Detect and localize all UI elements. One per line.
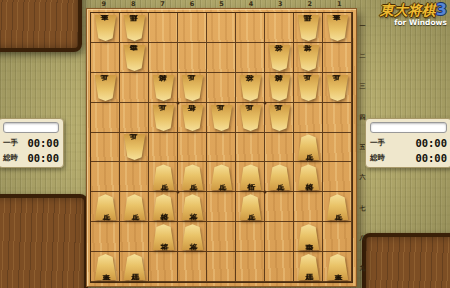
board-cell-7-1[interactable] [149, 13, 178, 43]
piece-sente-歩兵-97[interactable]: 歩兵 [91, 192, 120, 222]
piece-gote-金将-32[interactable]: 金将 [265, 43, 294, 73]
piece-gote-歩兵-93[interactable]: 歩兵 [91, 73, 120, 103]
piece-stand-bottom-left[interactable] [0, 194, 88, 288]
piece-sente-歩兵-76[interactable]: 歩兵 [149, 162, 178, 192]
app-window: 987654321 一二三四五六七八九 香車桂馬桂馬香車飛車金将玉将歩兵銀将歩兵… [0, 0, 450, 288]
piece-gote-玉将-22[interactable]: 玉将 [294, 43, 323, 73]
piece-gote-歩兵-34[interactable]: 歩兵 [265, 103, 294, 133]
board-cell-3-7[interactable] [265, 192, 294, 222]
piece-gote-角行-64[interactable]: 角行 [178, 103, 207, 133]
left-total-time-label: 総時 [3, 153, 18, 163]
piece-sente-王将-78[interactable]: 王将 [149, 222, 178, 252]
board-cell-3-9[interactable] [265, 252, 294, 282]
piece-gote-歩兵-54[interactable]: 歩兵 [207, 103, 236, 133]
board-cell-7-5[interactable] [149, 133, 178, 163]
piece-gote-歩兵-13[interactable]: 歩兵 [323, 73, 352, 103]
board-cell-3-8[interactable] [265, 222, 294, 252]
piece-sente-角行-46[interactable]: 角行 [236, 162, 265, 192]
left-clock-panel: 一手 00:00 総時 00:00 [0, 118, 64, 168]
board-cell-4-5[interactable] [236, 133, 265, 163]
piece-sente-桂馬-89[interactable]: 桂馬 [120, 252, 149, 282]
piece-gote-歩兵-74[interactable]: 歩兵 [149, 103, 178, 133]
right-clock-panel: 一手 00:00 総時 00:00 [365, 118, 450, 168]
board-cell-8-3[interactable] [120, 73, 149, 103]
piece-sente-香車-19[interactable]: 香車 [323, 252, 352, 282]
board-cell-6-1[interactable] [178, 13, 207, 43]
piece-gote-金将-43[interactable]: 金将 [236, 73, 265, 103]
board-cell-8-8[interactable] [120, 222, 149, 252]
piece-sente-銀将-77[interactable]: 銀将 [149, 192, 178, 222]
board-cell-2-4[interactable] [294, 103, 323, 133]
piece-sente-歩兵-25[interactable]: 歩兵 [294, 133, 323, 163]
app-logo: 東大将棋3 for Windows [380, 2, 447, 27]
right-move-time-value: 00:00 [415, 137, 447, 149]
piece-sente-歩兵-87[interactable]: 歩兵 [120, 192, 149, 222]
board-cell-3-5[interactable] [265, 133, 294, 163]
board-cell-4-9[interactable] [236, 252, 265, 282]
right-total-time-value: 00:00 [415, 152, 447, 164]
piece-sente-歩兵-66[interactable]: 歩兵 [178, 162, 207, 192]
piece-sente-歩兵-47[interactable]: 歩兵 [236, 192, 265, 222]
board-grid: 香車桂馬桂馬香車飛車金将玉将歩兵銀将歩兵金将銀将歩兵歩兵歩兵角行歩兵歩兵歩兵歩兵… [90, 12, 353, 283]
board-cell-6-5[interactable] [178, 133, 207, 163]
piece-sente-飛車-28[interactable]: 飛車 [294, 222, 323, 252]
board-cell-9-2[interactable] [91, 43, 120, 73]
board-cell-9-6[interactable] [91, 162, 120, 192]
board-cell-7-2[interactable] [149, 43, 178, 73]
piece-gote-飛車-82[interactable]: 飛車 [120, 43, 149, 73]
piece-stand-top-left[interactable] [0, 0, 82, 52]
piece-sente-金将-67[interactable]: 金将 [178, 192, 207, 222]
logo-title: 東大将棋 [380, 2, 436, 18]
logo-subtitle: for Windows [380, 19, 447, 27]
board-cell-4-1[interactable] [236, 13, 265, 43]
piece-gote-桂馬-21[interactable]: 桂馬 [294, 13, 323, 43]
board-cell-1-8[interactable] [323, 222, 352, 252]
piece-sente-香車-99[interactable]: 香車 [91, 252, 120, 282]
board-cell-4-8[interactable] [236, 222, 265, 252]
piece-gote-銀将-33[interactable]: 銀将 [265, 73, 294, 103]
board-cell-1-4[interactable] [323, 103, 352, 133]
board-cell-1-2[interactable] [323, 43, 352, 73]
board-cell-2-7[interactable] [294, 192, 323, 222]
board-cell-5-1[interactable] [207, 13, 236, 43]
piece-gote-香車-91[interactable]: 香車 [91, 13, 120, 43]
board-cell-9-5[interactable] [91, 133, 120, 163]
board-cell-1-5[interactable] [323, 133, 352, 163]
board-cell-5-5[interactable] [207, 133, 236, 163]
piece-gote-桂馬-81[interactable]: 桂馬 [120, 13, 149, 43]
board-cell-5-8[interactable] [207, 222, 236, 252]
board-cell-5-3[interactable] [207, 73, 236, 103]
board-cell-5-7[interactable] [207, 192, 236, 222]
piece-gote-香車-11[interactable]: 香車 [323, 13, 352, 43]
right-player-name-field[interactable] [370, 122, 447, 133]
shogi-board: 香車桂馬桂馬香車飛車金将玉将歩兵銀将歩兵金将銀将歩兵歩兵歩兵角行歩兵歩兵歩兵歩兵… [86, 8, 357, 287]
board-cell-9-4[interactable] [91, 103, 120, 133]
left-total-time-value: 00:00 [27, 152, 59, 164]
board-cell-8-4[interactable] [120, 103, 149, 133]
board-cell-6-2[interactable] [178, 43, 207, 73]
piece-stand-bottom-right[interactable] [362, 233, 450, 288]
piece-sente-歩兵-17[interactable]: 歩兵 [323, 192, 352, 222]
right-move-time-label: 一手 [370, 138, 385, 148]
piece-sente-歩兵-56[interactable]: 歩兵 [207, 162, 236, 192]
piece-gote-歩兵-63[interactable]: 歩兵 [178, 73, 207, 103]
right-total-time-label: 総時 [370, 153, 385, 163]
board-cell-5-9[interactable] [207, 252, 236, 282]
board-cell-3-1[interactable] [265, 13, 294, 43]
left-move-time-value: 00:00 [27, 137, 59, 149]
piece-sente-桂馬-29[interactable]: 桂馬 [294, 252, 323, 282]
board-cell-7-9[interactable] [149, 252, 178, 282]
piece-gote-歩兵-23[interactable]: 歩兵 [294, 73, 323, 103]
piece-gote-歩兵-85[interactable]: 歩兵 [120, 133, 149, 163]
piece-sente-金将-68[interactable]: 金将 [178, 222, 207, 252]
board-cell-5-2[interactable] [207, 43, 236, 73]
left-move-time-label: 一手 [3, 138, 18, 148]
logo-number: 3 [436, 0, 447, 19]
board-cell-1-6[interactable] [323, 162, 352, 192]
board-cell-8-6[interactable] [120, 162, 149, 192]
piece-gote-銀将-73[interactable]: 銀将 [149, 73, 178, 103]
piece-gote-歩兵-44[interactable]: 歩兵 [236, 103, 265, 133]
piece-sente-銀将-26[interactable]: 銀将 [294, 162, 323, 192]
piece-sente-歩兵-36[interactable]: 歩兵 [265, 162, 294, 192]
left-player-name-field[interactable] [3, 122, 59, 133]
board-cell-6-9[interactable] [178, 252, 207, 282]
board-cell-9-8[interactable] [91, 222, 120, 252]
board-cell-4-2[interactable] [236, 43, 265, 73]
